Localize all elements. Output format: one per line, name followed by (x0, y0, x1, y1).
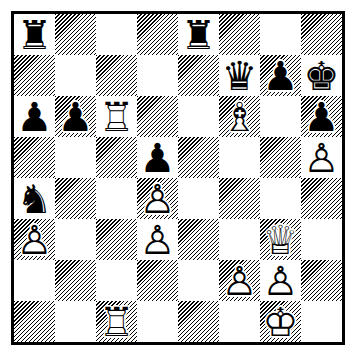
piece-white-rook: ♜♖ (96, 96, 137, 137)
piece-black-knight: ♞ (14, 178, 55, 219)
square-d2[interactable] (137, 260, 178, 301)
square-e7[interactable] (178, 55, 219, 96)
piece-glyph: ♜ (178, 14, 219, 55)
piece-glyph: ♙ (137, 178, 178, 219)
square-a3[interactable]: ♟♙ (14, 219, 55, 260)
piece-glyph: ♟ (260, 55, 301, 96)
square-e2[interactable] (178, 260, 219, 301)
piece-glyph: ♟ (137, 137, 178, 178)
square-f6[interactable]: ♝♗ (219, 96, 260, 137)
square-h1[interactable] (301, 301, 342, 342)
square-b6[interactable]: ♟ (55, 96, 96, 137)
piece-white-pawn: ♟♙ (260, 260, 301, 301)
piece-black-pawn: ♟ (301, 96, 342, 137)
square-g8[interactable] (260, 14, 301, 55)
square-f7[interactable]: ♛ (219, 55, 260, 96)
piece-white-pawn: ♟♙ (137, 178, 178, 219)
square-a7[interactable] (14, 55, 55, 96)
square-c1[interactable]: ♜♖ (96, 301, 137, 342)
piece-black-queen: ♛ (219, 55, 260, 96)
square-g3[interactable]: ♛♕ (260, 219, 301, 260)
piece-white-pawn: ♟♙ (137, 219, 178, 260)
square-d7[interactable] (137, 55, 178, 96)
square-e3[interactable] (178, 219, 219, 260)
square-b8[interactable] (55, 14, 96, 55)
piece-white-rook: ♜♖ (96, 301, 137, 342)
square-g4[interactable] (260, 178, 301, 219)
square-c5[interactable] (96, 137, 137, 178)
square-d4[interactable]: ♟♙ (137, 178, 178, 219)
piece-black-king: ♚ (301, 55, 342, 96)
square-d3[interactable]: ♟♙ (137, 219, 178, 260)
square-c3[interactable] (96, 219, 137, 260)
piece-black-pawn: ♟ (14, 96, 55, 137)
square-f5[interactable] (219, 137, 260, 178)
square-g7[interactable]: ♟ (260, 55, 301, 96)
square-a6[interactable]: ♟ (14, 96, 55, 137)
square-b5[interactable] (55, 137, 96, 178)
piece-white-queen: ♛♕ (260, 219, 301, 260)
square-b3[interactable] (55, 219, 96, 260)
chess-diagram: ♜♜♛♟♚♟♟♜♖♝♗♟♟♟♙♞♟♙♟♙♟♙♛♕♟♙♟♙♜♖♚♔ (0, 0, 350, 350)
square-a4[interactable]: ♞ (14, 178, 55, 219)
square-a1[interactable] (14, 301, 55, 342)
square-b7[interactable] (55, 55, 96, 96)
square-a2[interactable] (14, 260, 55, 301)
piece-white-king: ♚♔ (260, 301, 301, 342)
piece-black-rook: ♜ (178, 14, 219, 55)
square-d5[interactable]: ♟ (137, 137, 178, 178)
square-g1[interactable]: ♚♔ (260, 301, 301, 342)
square-f4[interactable] (219, 178, 260, 219)
piece-glyph: ♙ (301, 137, 342, 178)
square-c4[interactable] (96, 178, 137, 219)
square-e5[interactable] (178, 137, 219, 178)
square-f1[interactable] (219, 301, 260, 342)
square-h4[interactable] (301, 178, 342, 219)
piece-glyph: ♙ (137, 219, 178, 260)
square-d1[interactable] (137, 301, 178, 342)
piece-white-pawn: ♟♙ (219, 260, 260, 301)
square-d6[interactable] (137, 96, 178, 137)
piece-glyph: ♕ (260, 219, 301, 260)
piece-glyph: ♚ (301, 55, 342, 96)
square-c7[interactable] (96, 55, 137, 96)
square-e1[interactable] (178, 301, 219, 342)
square-b4[interactable] (55, 178, 96, 219)
square-h2[interactable] (301, 260, 342, 301)
piece-glyph: ♖ (96, 301, 137, 342)
piece-glyph: ♙ (260, 260, 301, 301)
square-g5[interactable] (260, 137, 301, 178)
square-a5[interactable] (14, 137, 55, 178)
square-e4[interactable] (178, 178, 219, 219)
square-f2[interactable]: ♟♙ (219, 260, 260, 301)
square-c6[interactable]: ♜♖ (96, 96, 137, 137)
piece-white-pawn: ♟♙ (301, 137, 342, 178)
square-d8[interactable] (137, 14, 178, 55)
chess-board: ♜♜♛♟♚♟♟♜♖♝♗♟♟♟♙♞♟♙♟♙♟♙♛♕♟♙♟♙♜♖♚♔ (11, 11, 345, 345)
square-h8[interactable] (301, 14, 342, 55)
piece-glyph: ♟ (301, 96, 342, 137)
square-b1[interactable] (55, 301, 96, 342)
square-e6[interactable] (178, 96, 219, 137)
square-e8[interactable]: ♜ (178, 14, 219, 55)
square-b2[interactable] (55, 260, 96, 301)
piece-glyph: ♔ (260, 301, 301, 342)
piece-black-rook: ♜ (14, 14, 55, 55)
square-f8[interactable] (219, 14, 260, 55)
piece-black-pawn: ♟ (55, 96, 96, 137)
piece-glyph: ♞ (14, 178, 55, 219)
square-h3[interactable] (301, 219, 342, 260)
piece-glyph: ♜ (14, 14, 55, 55)
square-h5[interactable]: ♟♙ (301, 137, 342, 178)
piece-white-bishop: ♝♗ (219, 96, 260, 137)
piece-glyph: ♙ (219, 260, 260, 301)
piece-glyph: ♖ (96, 96, 137, 137)
square-c2[interactable] (96, 260, 137, 301)
square-f3[interactable] (219, 219, 260, 260)
piece-black-pawn: ♟ (137, 137, 178, 178)
square-g2[interactable]: ♟♙ (260, 260, 301, 301)
piece-glyph: ♟ (14, 96, 55, 137)
piece-glyph: ♗ (219, 96, 260, 137)
piece-black-pawn: ♟ (260, 55, 301, 96)
piece-glyph: ♛ (219, 55, 260, 96)
square-c8[interactable] (96, 14, 137, 55)
square-h6[interactable]: ♟ (301, 96, 342, 137)
square-h7[interactable]: ♚ (301, 55, 342, 96)
piece-glyph: ♙ (14, 219, 55, 260)
piece-glyph: ♟ (55, 96, 96, 137)
square-a8[interactable]: ♜ (14, 14, 55, 55)
piece-white-pawn: ♟♙ (14, 219, 55, 260)
square-g6[interactable] (260, 96, 301, 137)
